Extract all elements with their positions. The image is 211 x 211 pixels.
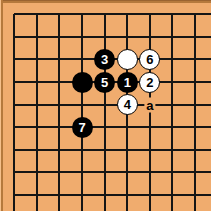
- white-stone: 2: [139, 72, 160, 93]
- board-cell: [93, 116, 116, 139]
- board-cell: [48, 161, 71, 184]
- board-cell: [161, 184, 184, 207]
- board-frame-top: [0, 0, 211, 3]
- board-cell: 7: [71, 116, 94, 139]
- board-cell: [26, 139, 49, 162]
- board-cell: [116, 161, 139, 184]
- board-cell: [3, 206, 26, 211]
- board-cell: [116, 206, 139, 211]
- board-cell: [184, 26, 207, 49]
- board-cell: [93, 139, 116, 162]
- board-cell: [139, 139, 162, 162]
- board-cell: [3, 48, 26, 71]
- board-cell: [93, 161, 116, 184]
- board-cell: [26, 71, 49, 94]
- board-cell: [139, 161, 162, 184]
- board-cell: [26, 93, 49, 116]
- board-cell: [184, 116, 207, 139]
- board-cell: [93, 206, 116, 211]
- point-label-a: a: [144, 97, 155, 112]
- board-cell: [26, 116, 49, 139]
- board-cell: [139, 116, 162, 139]
- black-stone: [72, 72, 93, 93]
- board-cell: [48, 71, 71, 94]
- board-cell: [184, 139, 207, 162]
- board-cell: [48, 3, 71, 26]
- board-cell: [116, 26, 139, 49]
- board-cell: 4: [116, 93, 139, 116]
- board-cell: [71, 139, 94, 162]
- board-cell: [139, 3, 162, 26]
- board-cell: [161, 139, 184, 162]
- board-cell: [48, 48, 71, 71]
- board-cell: [206, 48, 211, 71]
- board-cell: [71, 93, 94, 116]
- board-cell: 1: [116, 71, 139, 94]
- board-cell: [48, 26, 71, 49]
- board-cell: [48, 206, 71, 211]
- board-cell: [71, 184, 94, 207]
- board-cell: [161, 71, 184, 94]
- board-cell: [116, 184, 139, 207]
- board-cell: [3, 3, 26, 26]
- black-stone: 3: [94, 49, 115, 70]
- board-cell: [184, 71, 207, 94]
- board-cell: [161, 3, 184, 26]
- board-cell: [48, 139, 71, 162]
- board-cell: [48, 116, 71, 139]
- board-cell: 6: [139, 48, 162, 71]
- board-cell: [26, 3, 49, 26]
- board-cell: [26, 48, 49, 71]
- board-cell: [161, 26, 184, 49]
- board-cell: [161, 48, 184, 71]
- board-cell: [161, 93, 184, 116]
- board-cell: [26, 161, 49, 184]
- board-cell: 3: [93, 48, 116, 71]
- white-stone: 4: [117, 94, 138, 115]
- board-cell: [161, 161, 184, 184]
- board-cell: [206, 161, 211, 184]
- board-cell: 5: [93, 71, 116, 94]
- board-cell: [71, 161, 94, 184]
- black-stone: 1: [117, 72, 138, 93]
- board-cell: [116, 48, 139, 71]
- go-diagram: 365124a7: [0, 0, 211, 211]
- board-cell: [93, 93, 116, 116]
- board-cell: [26, 184, 49, 207]
- board-cell: [206, 3, 211, 26]
- board-cell: [161, 206, 184, 211]
- board-cell: [116, 139, 139, 162]
- board-cell: [3, 93, 26, 116]
- board-cell: [71, 48, 94, 71]
- board-cell: [161, 116, 184, 139]
- black-stone: 7: [72, 117, 93, 138]
- board-cell: [3, 26, 26, 49]
- board-cell: [206, 184, 211, 207]
- board-cell: [139, 26, 162, 49]
- board-cell: [206, 206, 211, 211]
- board-cell: [206, 93, 211, 116]
- board-cell: [93, 184, 116, 207]
- board-cell: 2: [139, 71, 162, 94]
- board-cell: [184, 184, 207, 207]
- board-cell: [26, 26, 49, 49]
- board-frame-left: [0, 0, 3, 211]
- board-cell: [93, 26, 116, 49]
- board-cell: [71, 26, 94, 49]
- board-cell: [71, 71, 94, 94]
- board-cell: [116, 3, 139, 26]
- board-cell: [93, 3, 116, 26]
- board-cell: a: [139, 93, 162, 116]
- board-cell: [206, 139, 211, 162]
- board-cell: [206, 71, 211, 94]
- board-cell: [3, 184, 26, 207]
- black-stone: 5: [94, 72, 115, 93]
- board-cell: [139, 206, 162, 211]
- board-cell: [3, 161, 26, 184]
- go-board: 365124a7: [3, 3, 211, 211]
- board-cell: [184, 3, 207, 26]
- board-cell: [71, 3, 94, 26]
- board-cell: [206, 26, 211, 49]
- board-cell: [116, 116, 139, 139]
- board-cell: [3, 116, 26, 139]
- board-cell: [48, 93, 71, 116]
- board-cell: [184, 206, 207, 211]
- board-cell: [206, 116, 211, 139]
- board-cell: [3, 139, 26, 162]
- board-cell: [3, 71, 26, 94]
- board-cell: [184, 93, 207, 116]
- board-cell: [184, 48, 207, 71]
- board-cell: [26, 206, 49, 211]
- white-stone: 6: [139, 49, 160, 70]
- board-cell: [71, 206, 94, 211]
- board-cell: [48, 184, 71, 207]
- white-stone: [117, 49, 138, 70]
- board-cell: [184, 161, 207, 184]
- board-cell: [139, 184, 162, 207]
